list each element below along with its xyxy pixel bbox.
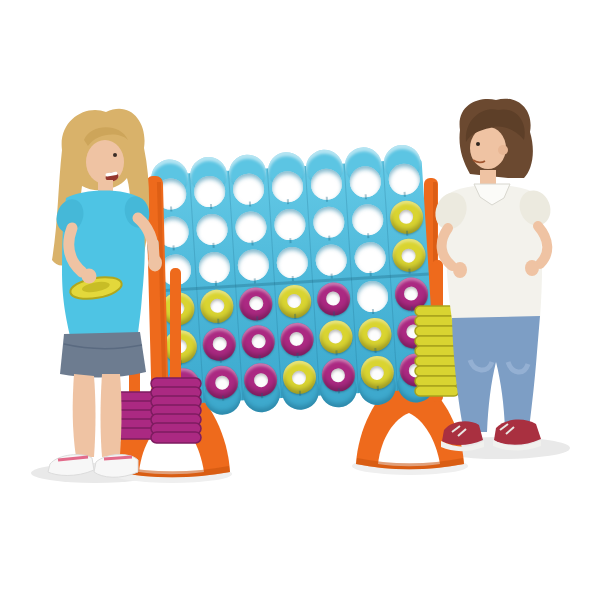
boy-sleeve-right xyxy=(514,186,555,231)
yellow-disc[interactable] xyxy=(318,319,353,354)
board-cell-r1c5[interactable] xyxy=(305,164,346,205)
empty-hole xyxy=(154,177,187,210)
boy-mouth xyxy=(473,160,485,162)
right-leg-shadow xyxy=(352,457,468,475)
board-cell-r5c6[interactable] xyxy=(354,314,395,355)
magenta-disc[interactable] xyxy=(165,367,200,402)
board-cell-r6c3[interactable] xyxy=(240,360,281,401)
empty-hole xyxy=(157,215,190,248)
magenta-disc[interactable] xyxy=(396,315,431,350)
board-cell-r1c6[interactable] xyxy=(344,161,385,202)
yellow-disc[interactable] xyxy=(200,288,235,323)
board-cell-r3c4[interactable] xyxy=(271,243,312,284)
empty-hole xyxy=(271,170,304,203)
board-cell-r5c1[interactable] xyxy=(160,326,201,367)
boy-polo-shirt xyxy=(446,185,542,320)
magenta-disc[interactable] xyxy=(394,276,429,311)
board-cell-r2c1[interactable] xyxy=(152,212,193,253)
board-cell-r1c3[interactable] xyxy=(228,168,269,209)
girl-fringe xyxy=(84,127,128,146)
girl-shoe-left xyxy=(48,455,94,476)
magenta-spare-ring[interactable] xyxy=(111,419,157,430)
boy-arm-right xyxy=(538,226,547,264)
empty-hole xyxy=(198,251,231,284)
yellow-disc[interactable] xyxy=(389,200,424,235)
board-cell-r3c3[interactable] xyxy=(232,245,273,286)
girl-player xyxy=(48,109,162,478)
product-photo: FEBER xyxy=(0,0,600,600)
empty-hole xyxy=(351,203,384,236)
sneaker-sole-right xyxy=(493,440,541,451)
board-cell-r3c1[interactable] xyxy=(155,250,196,291)
boy-polo-collar xyxy=(474,184,510,205)
empty-hole xyxy=(276,246,309,279)
board-cell-r2c7[interactable] xyxy=(385,197,426,238)
girl-shoe-strap-right xyxy=(104,457,132,459)
board-cell-r4c4[interactable] xyxy=(274,281,315,322)
yellow-disc[interactable] xyxy=(360,355,395,390)
connect-four-board xyxy=(150,159,436,406)
girl-arm-holding xyxy=(69,228,82,272)
girl-shoe-strap-left xyxy=(58,457,88,460)
right-foot-arch xyxy=(378,413,440,466)
empty-hole xyxy=(387,163,420,196)
left-leg-shadow xyxy=(112,465,232,483)
girl-sleeve-left xyxy=(52,196,87,236)
magenta-disc[interactable] xyxy=(398,353,433,388)
board-cell-r4c6[interactable] xyxy=(351,276,392,317)
boy-fringe xyxy=(466,109,525,142)
boy-arm-left xyxy=(442,228,452,266)
girl-shadow xyxy=(31,463,159,483)
boy-eye xyxy=(476,142,480,146)
board-cell-r6c7[interactable] xyxy=(395,350,436,391)
jeans-wash-right xyxy=(508,362,528,372)
magenta-spare-ring[interactable] xyxy=(111,401,157,412)
boy-sneaker-right xyxy=(494,419,541,444)
girl-hand-holding xyxy=(82,269,97,284)
board-cell-r2c5[interactable] xyxy=(308,202,349,243)
girl-leg-right xyxy=(101,374,122,457)
yellow-disc[interactable] xyxy=(160,291,195,326)
girl-tshirt xyxy=(62,191,145,337)
girl-face xyxy=(86,140,124,184)
left-foot-arch xyxy=(139,418,204,474)
girl-hair xyxy=(52,109,149,267)
boy-hand-right xyxy=(525,260,539,276)
board-cell-r4c3[interactable] xyxy=(235,283,276,324)
board-cell-r5c4[interactable] xyxy=(276,319,317,360)
empty-hole xyxy=(232,172,265,205)
girl-teeth xyxy=(105,172,117,177)
board-cell-r2c3[interactable] xyxy=(230,207,271,248)
held-yellow-ring[interactable] xyxy=(69,274,124,303)
girl-leg-left xyxy=(73,374,96,457)
magenta-spare-ring[interactable] xyxy=(151,432,201,443)
board-cell-r6c5[interactable] xyxy=(317,355,358,396)
board-cell-r3c2[interactable] xyxy=(194,247,235,288)
magenta-disc[interactable] xyxy=(280,322,315,357)
girl-eye xyxy=(113,153,117,157)
board-cell-r5c3[interactable] xyxy=(237,321,278,362)
board-cell-r5c7[interactable] xyxy=(392,312,433,353)
magenta-spare-ring[interactable] xyxy=(111,392,157,403)
yellow-disc[interactable] xyxy=(277,284,312,319)
boy-player xyxy=(430,99,556,451)
girl-shoe-right xyxy=(94,455,138,478)
magenta-disc[interactable] xyxy=(321,358,356,393)
boy-neck xyxy=(480,170,496,185)
boy-ear xyxy=(498,145,508,155)
empty-hole xyxy=(159,254,192,287)
magenta-disc[interactable] xyxy=(238,286,273,321)
board-cell-r2c2[interactable] xyxy=(191,209,232,250)
magenta-disc[interactable] xyxy=(241,324,276,359)
board-cell-r1c4[interactable] xyxy=(266,166,307,207)
empty-hole xyxy=(237,249,270,282)
board-cell-r6c6[interactable] xyxy=(356,352,397,393)
board-cell-r1c2[interactable] xyxy=(189,171,230,212)
empty-hole xyxy=(353,241,386,274)
board-cell-r2c4[interactable] xyxy=(269,204,310,245)
left-foot-base-shade xyxy=(115,466,230,477)
yellow-disc[interactable] xyxy=(391,238,426,273)
magenta-disc[interactable] xyxy=(202,327,237,362)
empty-hole xyxy=(235,211,268,244)
board-cell-r4c2[interactable] xyxy=(196,286,237,327)
board-cell-r6c4[interactable] xyxy=(278,357,319,398)
board-cell-r6c2[interactable] xyxy=(201,362,242,403)
board-cell-r2c6[interactable] xyxy=(346,199,387,240)
board-cell-r4c5[interactable] xyxy=(312,278,353,319)
girl-denim-shorts xyxy=(60,332,146,378)
right-foot-base-shade xyxy=(356,458,464,469)
board-cell-r5c5[interactable] xyxy=(315,317,356,358)
magenta-spare-ring[interactable] xyxy=(111,428,157,439)
yellow-disc[interactable] xyxy=(282,360,317,395)
boy-face xyxy=(470,127,506,169)
board-cell-r4c7[interactable] xyxy=(390,273,431,314)
boy-sleeve-left xyxy=(430,188,472,234)
board-cell-r3c5[interactable] xyxy=(310,240,351,281)
empty-hole xyxy=(315,244,348,277)
board-cell-r5c2[interactable] xyxy=(198,324,239,365)
boy-hair-back xyxy=(459,99,532,178)
board-cell-r3c7[interactable] xyxy=(388,235,429,276)
girl-neck xyxy=(98,180,113,196)
sneaker-sole-left xyxy=(441,441,484,451)
boy-sneaker-left xyxy=(442,421,483,445)
board-cell-r1c7[interactable] xyxy=(383,159,424,200)
brand-embossed-logo: FEBER xyxy=(162,427,193,439)
empty-hole xyxy=(310,167,343,200)
magenta-disc[interactable] xyxy=(204,365,239,400)
left-ring-pole-1 xyxy=(129,354,140,454)
magenta-spare-ring[interactable] xyxy=(151,423,201,434)
board-cell-r1c1[interactable] xyxy=(150,173,191,214)
shorts-seam xyxy=(64,344,142,349)
empty-hole xyxy=(273,208,306,241)
sneaker-laces xyxy=(452,424,514,436)
board-cell-r6c1[interactable] xyxy=(162,365,203,406)
jeans-wash-left xyxy=(470,360,492,370)
empty-hole xyxy=(312,206,345,239)
magenta-disc[interactable] xyxy=(316,281,351,316)
magenta-disc[interactable] xyxy=(243,363,278,398)
yellow-disc[interactable] xyxy=(163,329,198,364)
magenta-spare-ring[interactable] xyxy=(111,410,157,421)
empty-hole xyxy=(356,280,389,313)
boy-shadow xyxy=(430,437,570,459)
boy-jeans xyxy=(452,316,540,432)
yellow-disc[interactable] xyxy=(357,317,392,352)
empty-hole xyxy=(349,165,382,198)
board-cell-r4c1[interactable] xyxy=(157,288,198,329)
boy-hand-left xyxy=(453,262,467,278)
board-cell-r3c6[interactable] xyxy=(349,238,390,279)
empty-hole xyxy=(196,213,229,246)
girl-mouth xyxy=(105,171,119,182)
empty-hole xyxy=(193,175,226,208)
